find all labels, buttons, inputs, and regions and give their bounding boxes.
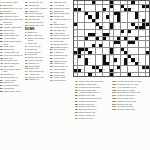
cell-number: 119 bbox=[88, 62, 90, 63]
cell-number: 75 bbox=[88, 37, 90, 38]
cell-number: 60 bbox=[132, 26, 134, 27]
cell-number: 140 bbox=[146, 69, 148, 70]
cell-number: 34 bbox=[124, 12, 126, 13]
clue-text: Moder an ilest bbox=[28, 23, 43, 26]
cell-number: 132 bbox=[135, 65, 137, 66]
cell-number: 100 bbox=[92, 51, 94, 52]
cell-number: 26 bbox=[142, 8, 144, 9]
cell-number: 47 bbox=[106, 19, 108, 20]
clue-text: Tanel osire med bbox=[3, 90, 20, 93]
cell-number: 15 bbox=[139, 1, 141, 2]
cell-number: 89 bbox=[114, 44, 116, 45]
cell-number: 136 bbox=[103, 69, 105, 70]
cell-number: 110 bbox=[146, 55, 148, 56]
cell-number: 74 bbox=[74, 37, 76, 38]
cell-number: 81 bbox=[85, 40, 87, 41]
cell-number: 41 bbox=[114, 15, 116, 16]
crossword-grid: 1234567891011121314151617181920212223242… bbox=[73, 0, 150, 77]
clue-column-1: 1 Tev sarel pona5 Ona lethe9 Brame tolid… bbox=[0, 1, 23, 150]
cell-number: 101 bbox=[114, 51, 116, 52]
clue-text: Serta novel bbox=[53, 79, 66, 82]
cell-number: 43 bbox=[139, 15, 141, 16]
cell-number: 27 bbox=[146, 8, 148, 9]
cell-number: 94 bbox=[92, 48, 94, 49]
cell-number: 142 bbox=[92, 73, 94, 74]
cell-number: 33 bbox=[121, 12, 123, 13]
clue-item: 112 Tilead norse vam bbox=[112, 108, 150, 111]
cell-number: 105 bbox=[81, 55, 83, 56]
cell-number: 2 bbox=[78, 1, 79, 2]
cell-number: 62 bbox=[74, 30, 76, 31]
cell-number: 95 bbox=[99, 48, 101, 49]
cell-number: 68 bbox=[142, 30, 144, 31]
clue-item: 28 Minto alef resta o enial bbox=[0, 40, 23, 45]
cell-number: 13 bbox=[128, 1, 130, 2]
cell-number: 109 bbox=[132, 55, 134, 56]
cell-number: 54 bbox=[117, 22, 119, 23]
cell-number: 87 bbox=[74, 44, 76, 45]
cell-number: 9 bbox=[106, 1, 107, 2]
cell-number: 98 bbox=[81, 51, 83, 52]
cell-number: 128 bbox=[103, 65, 105, 66]
cell-number: 117 bbox=[135, 58, 137, 59]
cell-number: 107 bbox=[106, 55, 108, 56]
cell-number: 8 bbox=[103, 1, 104, 2]
cell-number: 122 bbox=[128, 62, 130, 63]
cell-number: 141 bbox=[74, 73, 76, 74]
clue-column-4: 71 Latice morend slav oteri73 Nodale vet… bbox=[75, 80, 109, 150]
cell-number: 69 bbox=[74, 33, 76, 34]
cell-number: 55 bbox=[135, 22, 137, 23]
cell-number: 108 bbox=[110, 55, 112, 56]
cell-number: 48 bbox=[121, 19, 123, 20]
cell-number: 113 bbox=[88, 58, 90, 59]
clue-item: 70 Serta novel bbox=[50, 79, 73, 82]
cell-number: 112 bbox=[78, 58, 80, 59]
cell-number: 44 bbox=[74, 19, 76, 20]
cell-number: 37 bbox=[74, 15, 76, 16]
cell-number: 45 bbox=[88, 19, 90, 20]
cell-number: 3 bbox=[81, 1, 82, 2]
cell-number: 106 bbox=[88, 55, 90, 56]
cell-number: 46 bbox=[96, 19, 98, 20]
cell-number: 138 bbox=[117, 69, 119, 70]
cell-number: 36 bbox=[139, 12, 141, 13]
cell-number: 99 bbox=[85, 51, 87, 52]
cell-number: 104 bbox=[74, 55, 76, 56]
cell-number: 116 bbox=[128, 58, 130, 59]
cell-number: 130 bbox=[121, 65, 123, 66]
cell-number: 123 bbox=[132, 62, 134, 63]
cell-number: 17 bbox=[92, 4, 94, 5]
cell-number: 96 bbox=[114, 48, 116, 49]
clue-item: 99 Minose tal dre bbox=[75, 116, 109, 119]
clue-item: 30 Velad ments ore alin bbox=[50, 18, 73, 23]
cell-number: 67 bbox=[139, 30, 141, 31]
cell-number: 125 bbox=[74, 65, 76, 66]
cell-number: 91 bbox=[128, 44, 130, 45]
cell-number: 103 bbox=[128, 51, 130, 52]
cell-number: 70 bbox=[96, 33, 98, 34]
cell-number: 97 bbox=[124, 48, 126, 49]
cell-number: 129 bbox=[106, 65, 108, 66]
cell-number: 42 bbox=[121, 15, 123, 16]
grid-cell-white bbox=[146, 73, 149, 76]
cell-number: 139 bbox=[142, 69, 144, 70]
cell-number: 22 bbox=[106, 8, 108, 9]
clue-number: 112 bbox=[112, 108, 116, 111]
cell-number: 124 bbox=[139, 62, 141, 63]
cell-number: 71 bbox=[110, 33, 112, 34]
clue-column-5: 100 Westa drilon ate m sevi102 Ponderal … bbox=[112, 80, 150, 150]
clue-item: 45 Ifera nots elame direl bbox=[0, 67, 23, 72]
cell-number: 111 bbox=[74, 58, 76, 59]
cell-number: 86 bbox=[135, 40, 137, 41]
clue-column-2: 60 Pelost ani rev62 Nirode tal64 Asert o… bbox=[25, 1, 48, 150]
cell-number: 78 bbox=[128, 37, 130, 38]
cell-number: 16 bbox=[74, 4, 76, 5]
cell-number: 51 bbox=[92, 22, 94, 23]
cell-number: 7 bbox=[99, 1, 100, 2]
clue-text: Stilba renome das ofera ilne bbox=[3, 18, 23, 23]
cell-number: 121 bbox=[114, 62, 116, 63]
cell-number: 66 bbox=[135, 30, 137, 31]
cell-number: 131 bbox=[124, 65, 126, 66]
cell-number: 90 bbox=[117, 44, 119, 45]
cell-number: 57 bbox=[96, 26, 98, 27]
cell-number: 83 bbox=[103, 40, 105, 41]
clue-text: Tilead norse vam bbox=[116, 108, 135, 111]
cell-number: 102 bbox=[121, 51, 123, 52]
cell-number: 72 bbox=[121, 33, 123, 34]
cell-number: 115 bbox=[117, 58, 119, 59]
cell-number: 40 bbox=[110, 15, 112, 16]
clue-text: Minto alef resta o enial bbox=[3, 40, 22, 45]
cell-number: 56 bbox=[74, 26, 76, 27]
cell-number: 144 bbox=[132, 73, 134, 74]
cell-number: 73 bbox=[128, 33, 130, 34]
cell-number: 25 bbox=[132, 8, 134, 9]
cell-number: 127 bbox=[99, 65, 101, 66]
cell-number: 32 bbox=[103, 12, 105, 13]
clue-text: Mantel ori bbox=[28, 78, 39, 81]
cell-number: 65 bbox=[132, 30, 134, 31]
cell-number: 80 bbox=[74, 40, 76, 41]
clue-column-3: 19 Odestra line20 Avel noris22 Terma ole… bbox=[50, 1, 73, 150]
cell-number: 92 bbox=[132, 44, 134, 45]
clue-item: 3 Omer atile sond erna bbox=[25, 37, 48, 42]
cell-number: 93 bbox=[88, 48, 90, 49]
cell-number: 28 bbox=[74, 12, 76, 13]
cell-number: 76 bbox=[92, 37, 94, 38]
down-header: DOWN bbox=[25, 27, 48, 30]
cell-number: 49 bbox=[135, 19, 137, 20]
cell-number: 18 bbox=[114, 4, 116, 5]
clue-item: 17 Stilba renome das ofera ilne bbox=[0, 18, 23, 23]
cell-number: 38 bbox=[85, 15, 87, 16]
cell-number: 50 bbox=[78, 22, 80, 23]
clue-item: 75 Moder an ilest bbox=[25, 23, 48, 26]
cell-number: 52 bbox=[99, 22, 101, 23]
cell-number: 31 bbox=[99, 12, 101, 13]
clue-item: 18 Mantel ori bbox=[25, 78, 48, 81]
cell-number: 35 bbox=[128, 12, 130, 13]
clue-text: Minose tal dre bbox=[78, 116, 93, 119]
cell-number: 84 bbox=[121, 40, 123, 41]
cell-number: 20 bbox=[132, 4, 134, 5]
cell-number: 58 bbox=[103, 26, 105, 27]
cell-number: 134 bbox=[92, 69, 94, 70]
clue-item: 58 Tanel osire med bbox=[0, 90, 23, 93]
cell-number: 88 bbox=[103, 44, 105, 45]
cell-number: 19 bbox=[124, 4, 126, 5]
cell-number: 143 bbox=[114, 73, 116, 74]
clue-text: Velad ments ore alin bbox=[53, 18, 71, 23]
cell-number: 30 bbox=[88, 12, 90, 13]
cell-number: 85 bbox=[124, 40, 126, 41]
cell-number: 5 bbox=[88, 1, 89, 2]
cell-number: 77 bbox=[106, 37, 108, 38]
cell-number: 24 bbox=[121, 8, 123, 9]
cell-number: 61 bbox=[146, 26, 148, 27]
cell-number: 63 bbox=[99, 30, 101, 31]
cell-number: 82 bbox=[96, 40, 98, 41]
cell-number: 135 bbox=[96, 69, 98, 70]
cell-number: 23 bbox=[110, 8, 112, 9]
cell-number: 39 bbox=[99, 15, 101, 16]
cell-number: 4 bbox=[85, 1, 86, 2]
cell-number: 120 bbox=[110, 62, 112, 63]
cell-number: 64 bbox=[110, 30, 112, 31]
cell-number: 12 bbox=[124, 1, 126, 2]
clue-text: Ifera nots elame direl bbox=[3, 67, 21, 72]
cell-number: 6 bbox=[96, 1, 97, 2]
cell-number: 133 bbox=[81, 69, 83, 70]
cell-number: 79 bbox=[139, 37, 141, 38]
cell-number: 118 bbox=[74, 62, 76, 63]
cell-number: 14 bbox=[135, 1, 137, 2]
cell-number: 137 bbox=[114, 69, 116, 70]
cell-number: 126 bbox=[85, 65, 87, 66]
cell-number: 10 bbox=[114, 1, 116, 2]
clue-text: Omer atile sond erna bbox=[27, 37, 44, 42]
cell-number: 53 bbox=[114, 22, 116, 23]
cell-number: 11 bbox=[117, 1, 118, 2]
cell-number: 59 bbox=[114, 26, 116, 27]
cell-number: 1 bbox=[74, 1, 75, 2]
cell-number: 21 bbox=[81, 8, 83, 9]
crossword-page: 1 Tev sarel pona5 Ona lethe9 Brame tolid… bbox=[0, 0, 150, 150]
cell-number: 29 bbox=[78, 12, 80, 13]
cell-number: 114 bbox=[106, 58, 108, 59]
